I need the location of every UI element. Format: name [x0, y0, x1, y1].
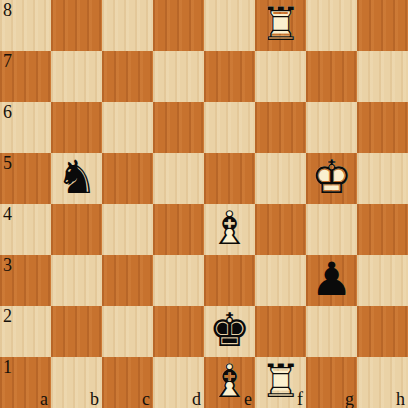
square-a8[interactable]: 8: [0, 0, 51, 51]
square-b7[interactable]: [51, 51, 102, 102]
square-c5[interactable]: [102, 153, 153, 204]
bishop-outline-glyph: ♗: [204, 203, 255, 254]
white-bishop-e4[interactable]: ♝♗: [204, 204, 255, 255]
square-h6[interactable]: [357, 102, 408, 153]
square-d4[interactable]: [153, 204, 204, 255]
rank-label-6: 6: [3, 103, 12, 121]
white-bishop-e1[interactable]: ♝♗: [204, 357, 255, 408]
square-c4[interactable]: [102, 204, 153, 255]
square-b6[interactable]: [51, 102, 102, 153]
square-g2[interactable]: [306, 306, 357, 357]
file-label-h: h: [396, 390, 405, 408]
square-g7[interactable]: [306, 51, 357, 102]
square-a3[interactable]: 3: [0, 255, 51, 306]
black-king-e2[interactable]: ♚: [204, 306, 255, 357]
square-b1[interactable]: b: [51, 357, 102, 408]
square-g6[interactable]: [306, 102, 357, 153]
square-a6[interactable]: 6: [0, 102, 51, 153]
square-c6[interactable]: [102, 102, 153, 153]
square-e2[interactable]: ♚: [204, 306, 255, 357]
square-g4[interactable]: [306, 204, 357, 255]
square-d7[interactable]: [153, 51, 204, 102]
square-a5[interactable]: 5: [0, 153, 51, 204]
pawn-glyph: ♟: [306, 254, 357, 305]
square-c7[interactable]: [102, 51, 153, 102]
square-c8[interactable]: [102, 0, 153, 51]
square-h4[interactable]: [357, 204, 408, 255]
square-d3[interactable]: [153, 255, 204, 306]
rank-label-5: 5: [3, 154, 12, 172]
square-f1[interactable]: f♜♖: [255, 357, 306, 408]
knight-glyph: ♞: [51, 152, 102, 203]
square-h8[interactable]: [357, 0, 408, 51]
square-h3[interactable]: [357, 255, 408, 306]
square-h2[interactable]: [357, 306, 408, 357]
square-a7[interactable]: 7: [0, 51, 51, 102]
square-h5[interactable]: [357, 153, 408, 204]
square-b4[interactable]: [51, 204, 102, 255]
chess-diagram: 8♜♖765♞♚♔4♝♗3♟2♚1abcde♝♗f♜♖gh: [0, 0, 408, 408]
square-e7[interactable]: [204, 51, 255, 102]
king-outline-glyph: ♔: [306, 152, 357, 203]
square-b2[interactable]: [51, 306, 102, 357]
rank-label-8: 8: [3, 1, 12, 19]
square-f3[interactable]: [255, 255, 306, 306]
square-g1[interactable]: g: [306, 357, 357, 408]
square-h7[interactable]: [357, 51, 408, 102]
square-h1[interactable]: h: [357, 357, 408, 408]
white-king-g5[interactable]: ♚♔: [306, 153, 357, 204]
square-d1[interactable]: d: [153, 357, 204, 408]
white-rook-f1[interactable]: ♜♖: [255, 357, 306, 408]
rank-label-1: 1: [3, 358, 12, 376]
square-d2[interactable]: [153, 306, 204, 357]
square-f5[interactable]: [255, 153, 306, 204]
square-a4[interactable]: 4: [0, 204, 51, 255]
file-label-b: b: [90, 390, 99, 408]
square-e4[interactable]: ♝♗: [204, 204, 255, 255]
square-e6[interactable]: [204, 102, 255, 153]
rank-label-4: 4: [3, 205, 12, 223]
bishop-outline-glyph: ♗: [204, 356, 255, 407]
square-g3[interactable]: ♟: [306, 255, 357, 306]
white-rook-f8[interactable]: ♜♖: [255, 0, 306, 51]
rank-label-7: 7: [3, 52, 12, 70]
square-a1[interactable]: 1a: [0, 357, 51, 408]
square-f8[interactable]: ♜♖: [255, 0, 306, 51]
rank-label-3: 3: [3, 256, 12, 274]
square-c1[interactable]: c: [102, 357, 153, 408]
square-f7[interactable]: [255, 51, 306, 102]
file-label-a: a: [40, 390, 48, 408]
square-f2[interactable]: [255, 306, 306, 357]
square-b5[interactable]: ♞: [51, 153, 102, 204]
king-glyph: ♚: [204, 305, 255, 356]
file-label-g: g: [345, 390, 354, 408]
square-a2[interactable]: 2: [0, 306, 51, 357]
file-label-d: d: [192, 390, 201, 408]
rook-outline-glyph: ♖: [255, 0, 306, 50]
square-g8[interactable]: [306, 0, 357, 51]
square-f6[interactable]: [255, 102, 306, 153]
black-pawn-g3[interactable]: ♟: [306, 255, 357, 306]
square-b8[interactable]: [51, 0, 102, 51]
square-c2[interactable]: [102, 306, 153, 357]
square-g5[interactable]: ♚♔: [306, 153, 357, 204]
square-e8[interactable]: [204, 0, 255, 51]
square-d6[interactable]: [153, 102, 204, 153]
black-knight-b5[interactable]: ♞: [51, 153, 102, 204]
rank-label-2: 2: [3, 307, 12, 325]
square-d5[interactable]: [153, 153, 204, 204]
square-d8[interactable]: [153, 0, 204, 51]
square-c3[interactable]: [102, 255, 153, 306]
square-e1[interactable]: e♝♗: [204, 357, 255, 408]
chess-board: 8♜♖765♞♚♔4♝♗3♟2♚1abcde♝♗f♜♖gh: [0, 0, 408, 408]
square-e3[interactable]: [204, 255, 255, 306]
square-e5[interactable]: [204, 153, 255, 204]
square-b3[interactable]: [51, 255, 102, 306]
file-label-c: c: [142, 390, 150, 408]
rook-outline-glyph: ♖: [255, 356, 306, 407]
square-f4[interactable]: [255, 204, 306, 255]
